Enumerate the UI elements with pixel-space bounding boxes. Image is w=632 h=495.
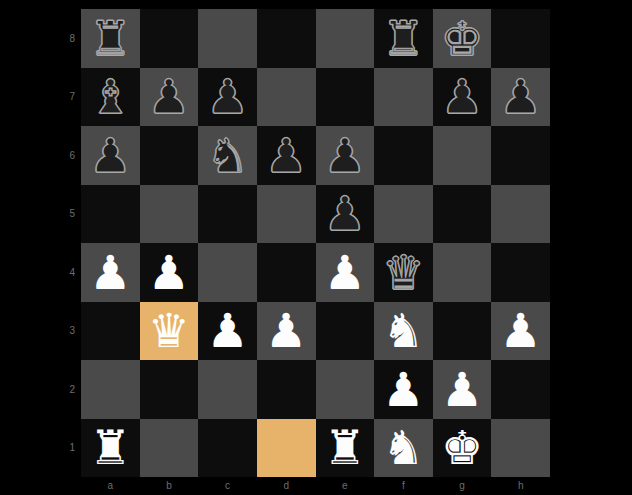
black-pawn[interactable]: ♟ [441, 73, 483, 120]
file-label-g: g [433, 477, 492, 493]
white-rook[interactable]: ♜ [89, 424, 131, 471]
square-h2[interactable] [491, 360, 550, 419]
black-knight[interactable]: ♞ [206, 132, 248, 179]
square-g2[interactable]: ♟ [433, 360, 492, 419]
square-c8[interactable] [198, 9, 257, 68]
square-a3[interactable] [81, 302, 140, 361]
black-pawn[interactable]: ♟ [265, 132, 307, 179]
square-f6[interactable] [374, 126, 433, 185]
square-h4[interactable] [491, 243, 550, 302]
square-c7[interactable]: ♟ [198, 68, 257, 127]
file-label-e: e [316, 477, 375, 493]
square-e6[interactable]: ♟ [316, 126, 375, 185]
square-h3[interactable]: ♟ [491, 302, 550, 361]
square-b6[interactable] [140, 126, 199, 185]
rank-label-1: 1 [0, 419, 77, 478]
square-h5[interactable] [491, 185, 550, 244]
square-a5[interactable] [81, 185, 140, 244]
white-pawn[interactable]: ♟ [500, 307, 542, 354]
white-pawn[interactable]: ♟ [324, 249, 366, 296]
square-d1[interactable] [257, 419, 316, 478]
black-pawn[interactable]: ♟ [89, 132, 131, 179]
white-queen[interactable]: ♛ [148, 307, 190, 354]
black-bishop[interactable]: ♝ [89, 73, 131, 120]
square-f5[interactable] [374, 185, 433, 244]
file-label-b: b [140, 477, 199, 493]
square-d6[interactable]: ♟ [257, 126, 316, 185]
square-f7[interactable] [374, 68, 433, 127]
square-b5[interactable] [140, 185, 199, 244]
square-c2[interactable] [198, 360, 257, 419]
square-e3[interactable] [316, 302, 375, 361]
rank-label-7: 7 [0, 68, 77, 127]
square-h7[interactable]: ♟ [491, 68, 550, 127]
square-d5[interactable] [257, 185, 316, 244]
white-pawn[interactable]: ♟ [148, 249, 190, 296]
square-h6[interactable] [491, 126, 550, 185]
black-rook[interactable]: ♜ [382, 15, 424, 62]
black-pawn[interactable]: ♟ [324, 132, 366, 179]
square-g7[interactable]: ♟ [433, 68, 492, 127]
file-labels: abcdefgh [81, 477, 550, 493]
square-e1[interactable]: ♜ [316, 419, 375, 478]
square-c4[interactable] [198, 243, 257, 302]
square-a4[interactable]: ♟ [81, 243, 140, 302]
square-g4[interactable] [433, 243, 492, 302]
square-a7[interactable]: ♝ [81, 68, 140, 127]
rank-label-8: 8 [0, 9, 77, 68]
square-f8[interactable]: ♜ [374, 9, 433, 68]
rank-label-2: 2 [0, 360, 77, 419]
square-d2[interactable] [257, 360, 316, 419]
square-b3[interactable]: ♛ [140, 302, 199, 361]
white-pawn[interactable]: ♟ [382, 366, 424, 413]
square-a8[interactable]: ♜ [81, 9, 140, 68]
white-knight[interactable]: ♞ [382, 424, 424, 471]
square-b1[interactable] [140, 419, 199, 478]
rank-label-3: 3 [0, 302, 77, 361]
square-b8[interactable] [140, 9, 199, 68]
square-h8[interactable] [491, 9, 550, 68]
black-pawn[interactable]: ♟ [324, 190, 366, 237]
square-b7[interactable]: ♟ [140, 68, 199, 127]
square-f4[interactable]: ♛ [374, 243, 433, 302]
white-pawn[interactable]: ♟ [206, 307, 248, 354]
chess-app: 87654321 ♜♜♚♝♟♟♟♟♟♞♟♟♟♟♟♟♛♛♟♟♞♟♟♟♜♜♞♚ ab… [0, 0, 632, 495]
square-c1[interactable] [198, 419, 257, 478]
square-g1[interactable]: ♚ [433, 419, 492, 478]
white-king[interactable]: ♚ [441, 424, 483, 471]
file-label-d: d [257, 477, 316, 493]
square-e8[interactable] [316, 9, 375, 68]
black-pawn[interactable]: ♟ [206, 73, 248, 120]
square-a2[interactable] [81, 360, 140, 419]
file-label-f: f [374, 477, 433, 493]
black-pawn[interactable]: ♟ [148, 73, 190, 120]
rank-label-4: 4 [0, 243, 77, 302]
white-pawn[interactable]: ♟ [265, 307, 307, 354]
square-a1[interactable]: ♜ [81, 419, 140, 478]
square-c6[interactable]: ♞ [198, 126, 257, 185]
square-d8[interactable] [257, 9, 316, 68]
chess-board: ♜♜♚♝♟♟♟♟♟♞♟♟♟♟♟♟♛♛♟♟♞♟♟♟♜♜♞♚ [81, 9, 550, 477]
black-king[interactable]: ♚ [441, 15, 483, 62]
square-e7[interactable] [316, 68, 375, 127]
square-c3[interactable]: ♟ [198, 302, 257, 361]
square-f2[interactable]: ♟ [374, 360, 433, 419]
square-d7[interactable] [257, 68, 316, 127]
square-f1[interactable]: ♞ [374, 419, 433, 478]
file-label-a: a [81, 477, 140, 493]
black-pawn[interactable]: ♟ [500, 73, 542, 120]
square-f3[interactable]: ♞ [374, 302, 433, 361]
square-a6[interactable]: ♟ [81, 126, 140, 185]
white-pawn[interactable]: ♟ [441, 366, 483, 413]
file-label-c: c [198, 477, 257, 493]
file-label-h: h [491, 477, 550, 493]
square-e5[interactable]: ♟ [316, 185, 375, 244]
black-rook[interactable]: ♜ [89, 15, 131, 62]
square-d4[interactable] [257, 243, 316, 302]
square-g3[interactable] [433, 302, 492, 361]
white-pawn[interactable]: ♟ [89, 249, 131, 296]
black-queen[interactable]: ♛ [382, 249, 424, 296]
rank-label-5: 5 [0, 185, 77, 244]
white-knight[interactable]: ♞ [382, 307, 424, 354]
square-g6[interactable] [433, 126, 492, 185]
square-b2[interactable] [140, 360, 199, 419]
square-h1[interactable] [491, 419, 550, 478]
square-c5[interactable] [198, 185, 257, 244]
square-b4[interactable]: ♟ [140, 243, 199, 302]
square-e4[interactable]: ♟ [316, 243, 375, 302]
white-rook[interactable]: ♜ [324, 424, 366, 471]
rank-label-6: 6 [0, 126, 77, 185]
square-e2[interactable] [316, 360, 375, 419]
rank-labels: 87654321 [0, 9, 77, 477]
square-d3[interactable]: ♟ [257, 302, 316, 361]
square-g5[interactable] [433, 185, 492, 244]
square-g8[interactable]: ♚ [433, 9, 492, 68]
